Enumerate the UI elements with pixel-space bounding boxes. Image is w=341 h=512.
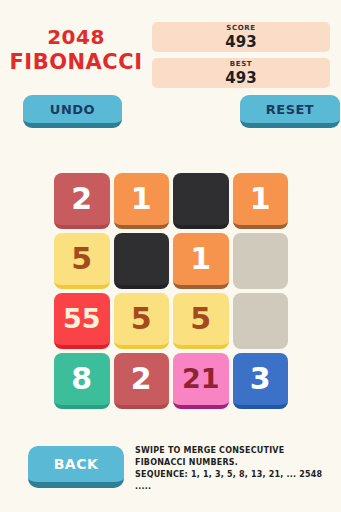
app-title-line1: 2048 <box>8 27 144 48</box>
app-title: 2048 FIBONACCI <box>8 27 144 73</box>
tile-5-r2c1: 5 <box>114 293 170 349</box>
tile-dark-r0c2 <box>173 173 229 229</box>
back-button[interactable]: BACK <box>28 446 124 488</box>
instructions-line2: SEQUENCE: 1, 1, 3, 5, 8, 13, 21, ... 254… <box>135 469 333 493</box>
tile-1-r1c2: 1 <box>173 233 229 289</box>
board-cell-empty <box>233 233 289 289</box>
tile-dark-r1c1 <box>114 233 170 289</box>
app-title-line2: FIBONACCI <box>8 51 144 73</box>
undo-button[interactable]: UNDO <box>23 95 122 128</box>
tile-8-r3c0: 8 <box>54 353 110 409</box>
tile-5-r1c0: 5 <box>54 233 110 289</box>
score-box: SCORE 493 <box>152 22 330 52</box>
instructions: SWIPE TO MERGE CONSECUTIVE FIBONACCI NUM… <box>135 445 333 493</box>
score-value: 493 <box>225 33 256 51</box>
instructions-line1: SWIPE TO MERGE CONSECUTIVE FIBONACCI NUM… <box>135 445 333 469</box>
best-label: BEST <box>230 60 252 68</box>
board[interactable]: 21151555582213 <box>54 173 288 409</box>
tile-1-r0c3: 1 <box>233 173 289 229</box>
score-label: SCORE <box>226 24 255 32</box>
tile-1-r0c1: 1 <box>114 173 170 229</box>
board-cell-empty <box>233 293 289 349</box>
reset-button[interactable]: RESET <box>240 95 340 128</box>
best-value: 493 <box>225 69 256 87</box>
tile-5-r2c2: 5 <box>173 293 229 349</box>
tile-21-r3c2: 21 <box>173 353 229 409</box>
game-screen: 2048 FIBONACCI SCORE 493 BEST 493 UNDO R… <box>0 0 341 512</box>
best-box: BEST 493 <box>152 58 330 88</box>
tile-55-r2c0: 55 <box>54 293 110 349</box>
tile-2-r0c0: 2 <box>54 173 110 229</box>
tile-2-r3c1: 2 <box>114 353 170 409</box>
tile-3-r3c3: 3 <box>233 353 289 409</box>
